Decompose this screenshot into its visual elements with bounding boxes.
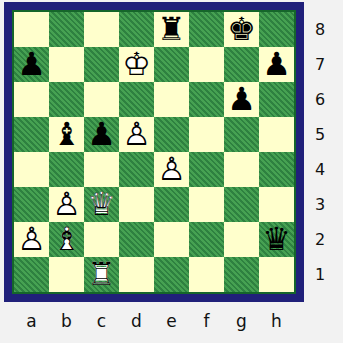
rank-label-1: 1 [307,257,333,292]
square-c1[interactable]: ♜♖ [84,257,119,292]
square-g3[interactable] [224,187,259,222]
square-c7[interactable] [84,47,119,82]
square-e7[interactable] [154,47,189,82]
piece-outline: ♖ [84,257,119,292]
square-h4[interactable] [259,152,294,187]
file-label-h: h [259,309,294,333]
square-c8[interactable] [84,12,119,47]
square-e3[interactable] [154,187,189,222]
square-e5[interactable] [154,117,189,152]
piece-black-pawn[interactable]: ♟ [14,47,49,82]
piece-black-queen[interactable]: ♛ [259,222,294,257]
square-c5[interactable]: ♟ [84,117,119,152]
square-f2[interactable] [189,222,224,257]
piece-white-pawn[interactable]: ♟♙ [49,187,84,222]
square-d4[interactable] [119,152,154,187]
rank-label-5: 5 [307,117,333,152]
piece-white-king[interactable]: ♚♔ [119,47,154,82]
square-d8[interactable] [119,12,154,47]
square-a6[interactable] [14,82,49,117]
piece-white-pawn[interactable]: ♟♙ [119,117,154,152]
rank-label-3: 3 [307,187,333,222]
piece-outline: ♗ [49,222,84,257]
square-h1[interactable] [259,257,294,292]
square-d7[interactable]: ♚♔ [119,47,154,82]
piece-outline: ♙ [49,187,84,222]
square-g8[interactable]: ♚ [224,12,259,47]
square-d3[interactable] [119,187,154,222]
square-d1[interactable] [119,257,154,292]
rank-label-2: 2 [307,222,333,257]
piece-black-pawn[interactable]: ♟ [224,82,259,117]
square-h5[interactable] [259,117,294,152]
piece-glyph: ♟ [84,117,119,152]
square-g6[interactable]: ♟ [224,82,259,117]
rank-label-8: 8 [307,12,333,47]
piece-outline: ♙ [154,152,189,187]
square-f4[interactable] [189,152,224,187]
square-c3[interactable]: ♛♕ [84,187,119,222]
square-g2[interactable] [224,222,259,257]
file-label-c: c [84,309,119,333]
square-g4[interactable] [224,152,259,187]
square-g5[interactable] [224,117,259,152]
board-frame: ♜♚♟♚♔♟♟♝♟♟♙♟♙♟♙♛♕♟♙♝♗♛♜♖ [4,2,304,302]
square-c2[interactable] [84,222,119,257]
square-d2[interactable] [119,222,154,257]
board-inner-frame: ♜♚♟♚♔♟♟♝♟♟♙♟♙♟♙♛♕♟♙♝♗♛♜♖ [12,10,296,294]
piece-white-bishop[interactable]: ♝♗ [49,222,84,257]
piece-white-pawn[interactable]: ♟♙ [154,152,189,187]
piece-glyph: ♜ [154,12,189,47]
file-label-e: e [154,309,189,333]
square-a8[interactable] [14,12,49,47]
piece-white-queen[interactable]: ♛♕ [84,187,119,222]
square-b6[interactable] [49,82,84,117]
square-h8[interactable] [259,12,294,47]
square-g7[interactable] [224,47,259,82]
square-f1[interactable] [189,257,224,292]
square-b5[interactable]: ♝ [49,117,84,152]
piece-outline: ♙ [14,222,49,257]
piece-outline: ♕ [84,187,119,222]
piece-glyph: ♚ [224,12,259,47]
file-label-b: b [49,309,84,333]
square-d6[interactable] [119,82,154,117]
piece-glyph: ♟ [259,47,294,82]
file-label-a: a [14,309,49,333]
square-h7[interactable]: ♟ [259,47,294,82]
piece-outline: ♔ [119,47,154,82]
piece-outline: ♙ [119,117,154,152]
square-a3[interactable] [14,187,49,222]
square-f8[interactable] [189,12,224,47]
piece-glyph: ♟ [224,82,259,117]
square-b8[interactable] [49,12,84,47]
square-f7[interactable] [189,47,224,82]
piece-white-rook[interactable]: ♜♖ [84,257,119,292]
square-c6[interactable] [84,82,119,117]
rank-label-4: 4 [307,152,333,187]
piece-glyph: ♟ [14,47,49,82]
file-label-d: d [119,309,154,333]
square-a7[interactable]: ♟ [14,47,49,82]
square-b4[interactable] [49,152,84,187]
square-h6[interactable] [259,82,294,117]
piece-black-king[interactable]: ♚ [224,12,259,47]
chess-board: ♜♚♟♚♔♟♟♝♟♟♙♟♙♟♙♛♕♟♙♝♗♛♜♖ [14,12,294,292]
square-a2[interactable]: ♟♙ [14,222,49,257]
square-f5[interactable] [189,117,224,152]
piece-glyph: ♛ [259,222,294,257]
square-b3[interactable]: ♟♙ [49,187,84,222]
square-b1[interactable] [49,257,84,292]
square-e8[interactable]: ♜ [154,12,189,47]
file-label-f: f [189,309,224,333]
file-label-g: g [224,309,259,333]
rank-label-6: 6 [307,82,333,117]
square-d5[interactable]: ♟♙ [119,117,154,152]
piece-glyph: ♝ [49,117,84,152]
square-g1[interactable] [224,257,259,292]
square-e1[interactable] [154,257,189,292]
piece-white-pawn[interactable]: ♟♙ [14,222,49,257]
piece-black-bishop[interactable]: ♝ [49,117,84,152]
square-h2[interactable]: ♛ [259,222,294,257]
square-a1[interactable] [14,257,49,292]
piece-black-rook[interactable]: ♜ [154,12,189,47]
square-e4[interactable]: ♟♙ [154,152,189,187]
file-labels: abcdefgh [14,309,294,333]
square-b7[interactable] [49,47,84,82]
piece-black-pawn[interactable]: ♟ [259,47,294,82]
square-h3[interactable] [259,187,294,222]
rank-label-7: 7 [307,47,333,82]
square-a4[interactable] [14,152,49,187]
square-a5[interactable] [14,117,49,152]
rank-labels: 87654321 [307,12,333,292]
square-c4[interactable] [84,152,119,187]
square-f6[interactable] [189,82,224,117]
square-b2[interactable]: ♝♗ [49,222,84,257]
square-f3[interactable] [189,187,224,222]
square-e6[interactable] [154,82,189,117]
square-e2[interactable] [154,222,189,257]
piece-black-pawn[interactable]: ♟ [84,117,119,152]
